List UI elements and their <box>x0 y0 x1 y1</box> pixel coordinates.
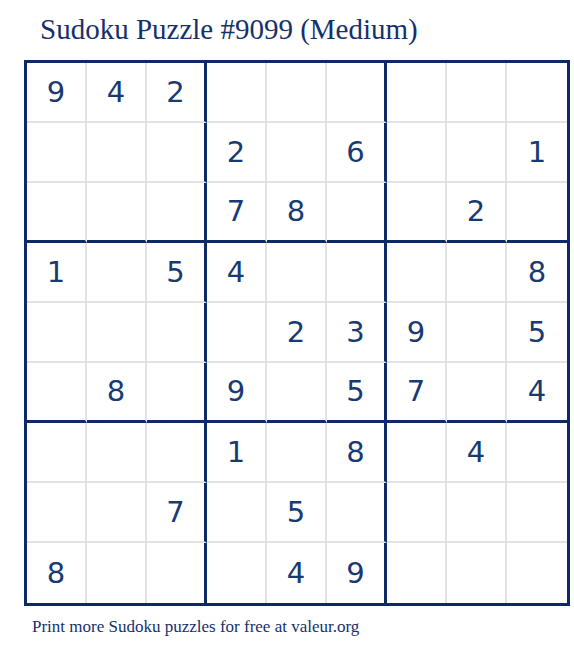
sudoku-cell-r4c5[interactable] <box>267 243 327 303</box>
sudoku-cell-r9c4[interactable] <box>207 543 267 603</box>
sudoku-cell-r1c3[interactable]: 2 <box>147 63 207 123</box>
sudoku-cell-r8c4[interactable] <box>207 483 267 543</box>
sudoku-cell-r6c9[interactable]: 4 <box>507 363 567 423</box>
sudoku-cell-r3c9[interactable] <box>507 183 567 243</box>
sudoku-cell-r7c6[interactable]: 8 <box>327 423 387 483</box>
sudoku-cell-r5c1[interactable] <box>27 303 87 363</box>
sudoku-cell-r8c1[interactable] <box>27 483 87 543</box>
sudoku-cell-r1c7[interactable] <box>387 63 447 123</box>
sudoku-cell-r1c1[interactable]: 9 <box>27 63 87 123</box>
sudoku-cell-r3c4[interactable]: 7 <box>207 183 267 243</box>
sudoku-cell-r9c7[interactable] <box>387 543 447 603</box>
sudoku-cell-r8c6[interactable] <box>327 483 387 543</box>
sudoku-cell-r3c6[interactable] <box>327 183 387 243</box>
sudoku-cell-r2c2[interactable] <box>87 123 147 183</box>
sudoku-cell-r9c6[interactable]: 9 <box>327 543 387 603</box>
sudoku-cell-r7c8[interactable]: 4 <box>447 423 507 483</box>
sudoku-cell-r3c3[interactable] <box>147 183 207 243</box>
sudoku-cell-r6c4[interactable]: 9 <box>207 363 267 423</box>
sudoku-cell-r6c7[interactable]: 7 <box>387 363 447 423</box>
sudoku-page: Sudoku Puzzle #9099 (Medium) 94226178215… <box>0 0 574 651</box>
sudoku-cell-r4c2[interactable] <box>87 243 147 303</box>
sudoku-cell-r2c4[interactable]: 2 <box>207 123 267 183</box>
sudoku-cell-r7c2[interactable] <box>87 423 147 483</box>
sudoku-cell-r9c3[interactable] <box>147 543 207 603</box>
sudoku-cell-r5c2[interactable] <box>87 303 147 363</box>
sudoku-cell-r8c9[interactable] <box>507 483 567 543</box>
sudoku-cell-r9c2[interactable] <box>87 543 147 603</box>
sudoku-cell-r6c2[interactable]: 8 <box>87 363 147 423</box>
sudoku-cell-r8c5[interactable]: 5 <box>267 483 327 543</box>
sudoku-cell-r8c2[interactable] <box>87 483 147 543</box>
sudoku-cell-r3c2[interactable] <box>87 183 147 243</box>
sudoku-cell-r3c5[interactable]: 8 <box>267 183 327 243</box>
sudoku-cell-r5c5[interactable]: 2 <box>267 303 327 363</box>
sudoku-cell-r7c5[interactable] <box>267 423 327 483</box>
sudoku-cell-r9c8[interactable] <box>447 543 507 603</box>
sudoku-cell-r7c7[interactable] <box>387 423 447 483</box>
sudoku-cell-r5c6[interactable]: 3 <box>327 303 387 363</box>
sudoku-cell-r4c7[interactable] <box>387 243 447 303</box>
sudoku-cell-r3c7[interactable] <box>387 183 447 243</box>
sudoku-cell-r4c3[interactable]: 5 <box>147 243 207 303</box>
sudoku-cell-r1c9[interactable] <box>507 63 567 123</box>
sudoku-cell-r6c8[interactable] <box>447 363 507 423</box>
sudoku-cell-r2c9[interactable]: 1 <box>507 123 567 183</box>
sudoku-cell-r8c8[interactable] <box>447 483 507 543</box>
sudoku-cell-r6c5[interactable] <box>267 363 327 423</box>
page-title: Sudoku Puzzle #9099 (Medium) <box>40 13 418 46</box>
sudoku-cell-r7c4[interactable]: 1 <box>207 423 267 483</box>
sudoku-cell-r5c7[interactable]: 9 <box>387 303 447 363</box>
sudoku-cell-r9c9[interactable] <box>507 543 567 603</box>
sudoku-cell-r5c3[interactable] <box>147 303 207 363</box>
sudoku-cell-r3c8[interactable]: 2 <box>447 183 507 243</box>
sudoku-cell-r6c3[interactable] <box>147 363 207 423</box>
sudoku-cell-r4c6[interactable] <box>327 243 387 303</box>
sudoku-cell-r1c5[interactable] <box>267 63 327 123</box>
sudoku-cell-r6c6[interactable]: 5 <box>327 363 387 423</box>
sudoku-cell-r7c3[interactable] <box>147 423 207 483</box>
sudoku-cell-r4c8[interactable] <box>447 243 507 303</box>
footer-text: Print more Sudoku puzzles for free at va… <box>32 617 359 637</box>
sudoku-cell-r5c9[interactable]: 5 <box>507 303 567 363</box>
sudoku-cell-r4c1[interactable]: 1 <box>27 243 87 303</box>
sudoku-cell-r2c1[interactable] <box>27 123 87 183</box>
sudoku-cell-r6c1[interactable] <box>27 363 87 423</box>
sudoku-cell-r1c2[interactable]: 4 <box>87 63 147 123</box>
sudoku-cell-r2c8[interactable] <box>447 123 507 183</box>
sudoku-cell-r5c8[interactable] <box>447 303 507 363</box>
sudoku-board: 942261782154823958957418475849 <box>24 60 570 606</box>
sudoku-cell-r7c1[interactable] <box>27 423 87 483</box>
sudoku-cell-r2c7[interactable] <box>387 123 447 183</box>
sudoku-cell-r2c3[interactable] <box>147 123 207 183</box>
sudoku-cell-r1c4[interactable] <box>207 63 267 123</box>
sudoku-cell-r9c1[interactable]: 8 <box>27 543 87 603</box>
sudoku-cell-r8c7[interactable] <box>387 483 447 543</box>
sudoku-cell-r4c4[interactable]: 4 <box>207 243 267 303</box>
sudoku-cell-r2c5[interactable] <box>267 123 327 183</box>
sudoku-cell-r2c6[interactable]: 6 <box>327 123 387 183</box>
sudoku-cell-r1c6[interactable] <box>327 63 387 123</box>
sudoku-cell-r5c4[interactable] <box>207 303 267 363</box>
sudoku-cell-r3c1[interactable] <box>27 183 87 243</box>
sudoku-cell-r9c5[interactable]: 4 <box>267 543 327 603</box>
sudoku-cell-r4c9[interactable]: 8 <box>507 243 567 303</box>
sudoku-cell-r7c9[interactable] <box>507 423 567 483</box>
sudoku-cell-r1c8[interactable] <box>447 63 507 123</box>
sudoku-cell-r8c3[interactable]: 7 <box>147 483 207 543</box>
